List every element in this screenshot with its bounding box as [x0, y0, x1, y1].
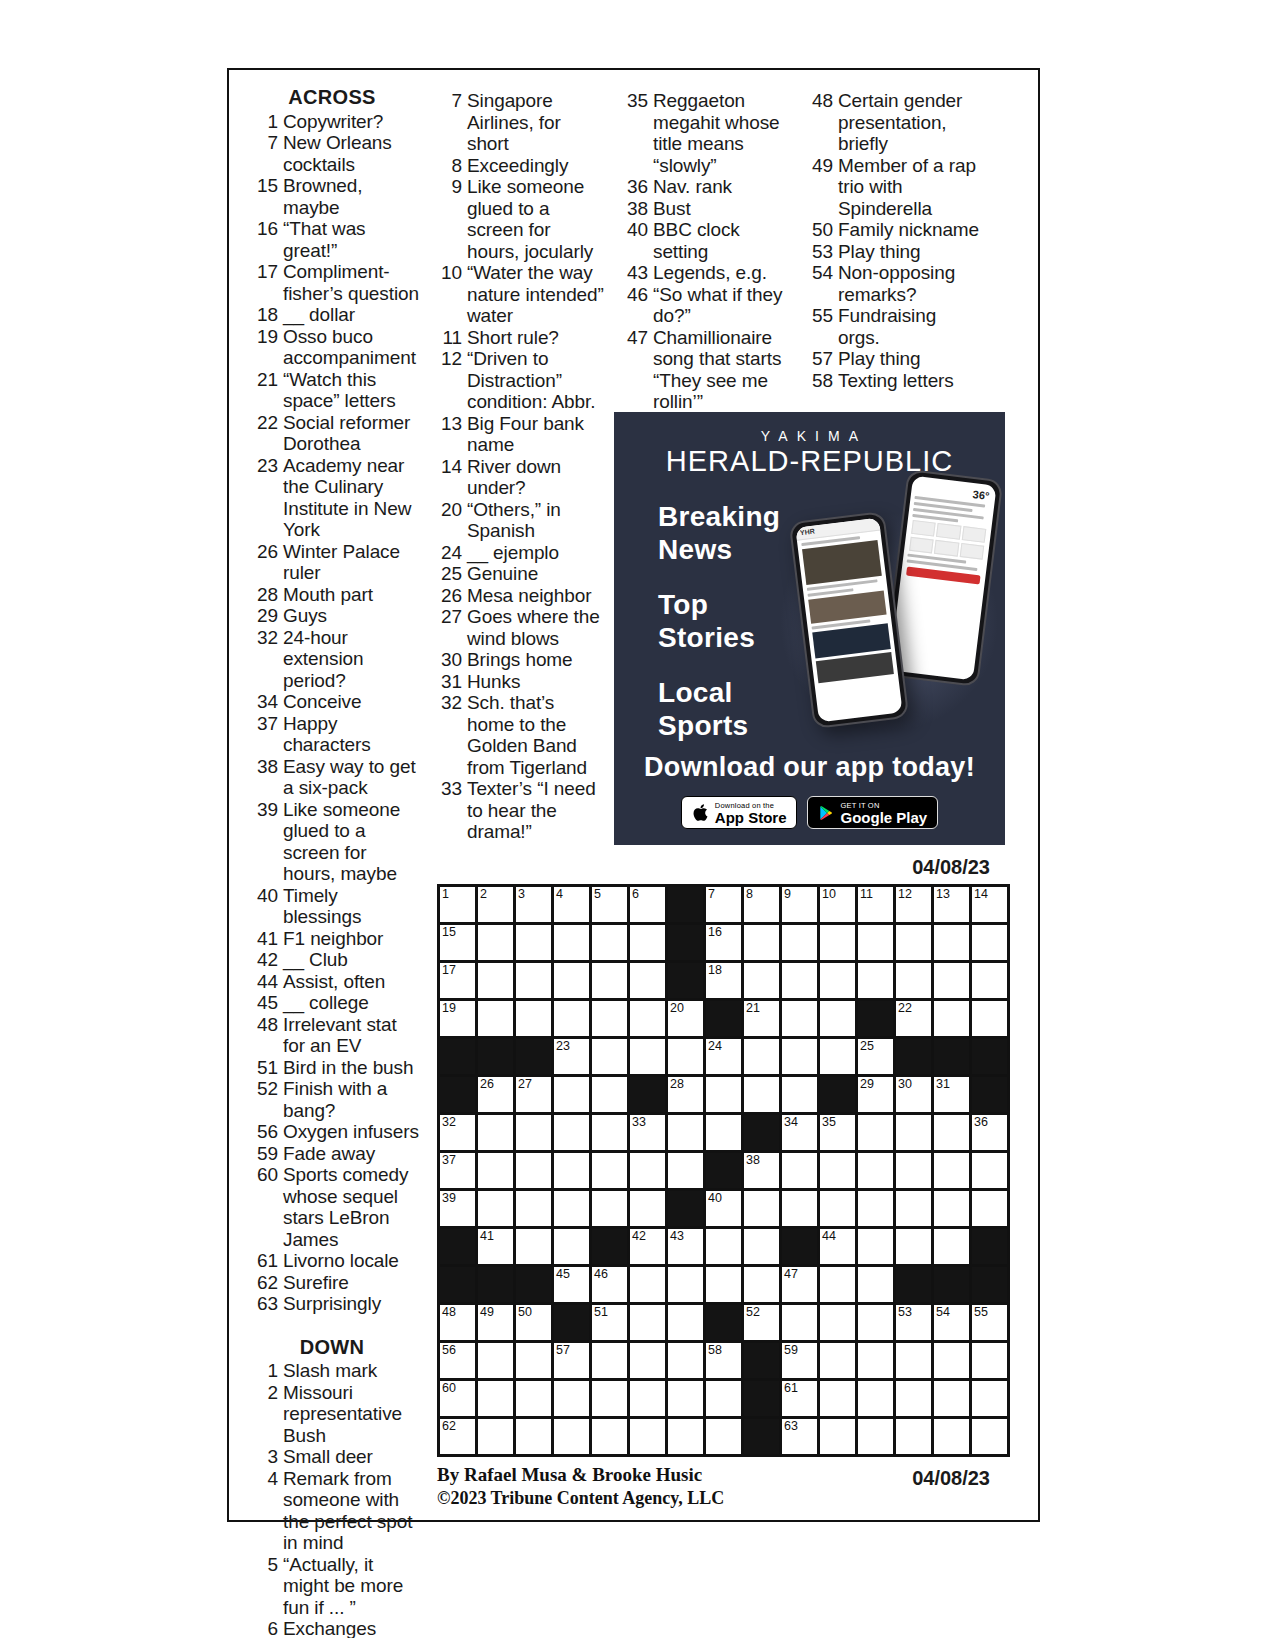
- store-badges: Download on the App Store GET IT ON Goog…: [614, 796, 1005, 829]
- grid-cell-r5-c8[interactable]: 24: [706, 1039, 741, 1074]
- grid-cell-r11-c10[interactable]: 47: [782, 1267, 817, 1302]
- clue-across-16: 16“That was great!”: [245, 218, 419, 261]
- cell-number: 19: [442, 1001, 456, 1015]
- grid-cell-r2-c12[interactable]: [858, 925, 893, 960]
- grid-cell-r8-c7[interactable]: [668, 1153, 703, 1188]
- clue-text: Genuine: [467, 563, 605, 585]
- grid-cell-r6-c7[interactable]: 28: [668, 1077, 703, 1112]
- grid-cell-r9-c15[interactable]: [972, 1191, 1007, 1226]
- cell-number: 49: [480, 1305, 494, 1319]
- clue-number: 56: [245, 1121, 283, 1143]
- grid-cell-r14-c15[interactable]: [972, 1381, 1007, 1416]
- grid-cell-r11-c4[interactable]: 45: [554, 1267, 589, 1302]
- grid-cell-r4-c5[interactable]: [592, 1001, 627, 1036]
- clue-text: __ dollar: [283, 304, 419, 326]
- grid-cell-r7-c2[interactable]: [478, 1115, 513, 1150]
- grid-cell-r14-c6[interactable]: [630, 1381, 665, 1416]
- grid-cell-r15-c15[interactable]: [972, 1419, 1007, 1454]
- grid-cell-r10-c7[interactable]: 43: [668, 1229, 703, 1264]
- clue-text: Easy way to get a six-pack: [283, 756, 419, 799]
- clue-number: 40: [245, 885, 283, 928]
- grid-cell-r8-c9[interactable]: 38: [744, 1153, 779, 1188]
- grid-cell-r2-c11[interactable]: [820, 925, 855, 960]
- grid-cell-r11-c7[interactable]: [668, 1267, 703, 1302]
- grid-cell-r10-c14[interactable]: [934, 1229, 969, 1264]
- clue-text: Remark from someone with the perfect spo…: [283, 1468, 419, 1554]
- clue-text: Goes where the wind blows: [467, 606, 605, 649]
- grid-cell-r14-c4[interactable]: [554, 1381, 589, 1416]
- grid-cell-r5-c3: [516, 1039, 551, 1074]
- clue-down-33: 33Texter’s “I need to hear the drama!”: [429, 778, 605, 843]
- cell-number: 24: [708, 1039, 722, 1053]
- grid-cell-r4-c13[interactable]: 22: [896, 1001, 931, 1036]
- clue-number: 24: [429, 542, 467, 564]
- clue-text: Certain gender presentation, briefly: [838, 90, 981, 155]
- grid-cell-r12-c6[interactable]: [630, 1305, 665, 1340]
- clue-across-45: 45__ college: [245, 992, 419, 1014]
- grid-cell-r12-c2[interactable]: 49: [478, 1305, 513, 1340]
- clue-number: 3: [245, 1446, 283, 1468]
- grid-cell-r7-c6[interactable]: 33: [630, 1115, 665, 1150]
- grid-cell-r9-c10[interactable]: [782, 1191, 817, 1226]
- grid-cell-r4-c6[interactable]: [630, 1001, 665, 1036]
- grid-cell-r7-c11[interactable]: 35: [820, 1115, 855, 1150]
- grid-cell-r13-c11[interactable]: [820, 1343, 855, 1378]
- cell-number: 56: [442, 1343, 456, 1357]
- clue-text: Member of a rap trio with Spinderella: [838, 155, 981, 220]
- grid-cell-r1-c2[interactable]: 2: [478, 887, 513, 922]
- clue-down-38: 38Bust: [615, 198, 791, 220]
- grid-cell-r5-c9[interactable]: [744, 1039, 779, 1074]
- grid-cell-r5-c12[interactable]: 25: [858, 1039, 893, 1074]
- grid-cell-r15-c1[interactable]: 62: [440, 1419, 475, 1454]
- grid-cell-r9-c14[interactable]: [934, 1191, 969, 1226]
- grid-cell-r7-c8[interactable]: [706, 1115, 741, 1150]
- clue-down-55: 55Fundraising orgs.: [800, 305, 981, 348]
- grid-cell-r10-c13[interactable]: [896, 1229, 931, 1264]
- grid-cell-r13-c5[interactable]: [592, 1343, 627, 1378]
- grid-cell-r6-c4[interactable]: [554, 1077, 589, 1112]
- grid-cell-r5-c11[interactable]: [820, 1039, 855, 1074]
- grid-cell-r10-c8[interactable]: [706, 1229, 741, 1264]
- grid-cell-r15-c8[interactable]: [706, 1419, 741, 1454]
- grid-cell-r1-c9[interactable]: 8: [744, 887, 779, 922]
- grid-cell-r7-c13[interactable]: [896, 1115, 931, 1150]
- grid-cell-r2-c15[interactable]: [972, 925, 1007, 960]
- grid-cell-r11-c8[interactable]: [706, 1267, 741, 1302]
- clue-text: __ ejemplo: [467, 542, 605, 564]
- clue-down-12: 12“Driven to Distraction” condition: Abb…: [429, 348, 605, 413]
- cell-number: 10: [822, 887, 836, 901]
- grid-cell-r5-c10[interactable]: [782, 1039, 817, 1074]
- grid-cell-r12-c10[interactable]: [782, 1305, 817, 1340]
- grid-cell-r9-c4[interactable]: [554, 1191, 589, 1226]
- grid-cell-r8-c4[interactable]: [554, 1153, 589, 1188]
- clue-down-13: 13Big Four bank name: [429, 413, 605, 456]
- clue-down-31: 31Hunks: [429, 671, 605, 693]
- clue-number: 48: [245, 1014, 283, 1057]
- grid-cell-r3-c10[interactable]: [782, 963, 817, 998]
- clue-down-35: 35Reggaeton megahit whose title means “s…: [615, 90, 791, 176]
- grid-cell-r3-c3[interactable]: [516, 963, 551, 998]
- grid-cell-r9-c5[interactable]: [592, 1191, 627, 1226]
- clue-down-5: 5“Actually, it might be more fun if ... …: [245, 1554, 419, 1619]
- app-store-badge[interactable]: Download on the App Store: [681, 796, 798, 829]
- grid-cell-r2-c5[interactable]: [592, 925, 627, 960]
- grid-cell-r8-c12[interactable]: [858, 1153, 893, 1188]
- cell-number: 50: [518, 1305, 532, 1319]
- grid-cell-r8-c3[interactable]: [516, 1153, 551, 1188]
- clue-text: Finish with a bang?: [283, 1078, 419, 1121]
- clue-number: 1: [245, 111, 283, 133]
- news-photo: [808, 591, 886, 624]
- grid-cell-r4-c4[interactable]: [554, 1001, 589, 1036]
- grid-cell-r10-c6[interactable]: 42: [630, 1229, 665, 1264]
- grid-cell-r4-c12: [858, 1001, 893, 1036]
- clue-number: 20: [429, 499, 467, 542]
- newspaper-crossword-page: { "game": "crossword", "dates": { "top":…: [0, 0, 1265, 1638]
- grid-cell-r1-c3[interactable]: 3: [516, 887, 551, 922]
- grid-cell-r5-c6[interactable]: [630, 1039, 665, 1074]
- clue-number: 2: [245, 1382, 283, 1447]
- grid-cell-r5-c4[interactable]: 23: [554, 1039, 589, 1074]
- grid-cell-r7-c10[interactable]: 34: [782, 1115, 817, 1150]
- grid-cell-r7-c1[interactable]: 32: [440, 1115, 475, 1150]
- grid-cell-r7-c15[interactable]: 36: [972, 1115, 1007, 1150]
- grid-cell-r1-c14[interactable]: 13: [934, 887, 969, 922]
- grid-cell-r5-c14: [934, 1039, 969, 1074]
- grid-cell-r1-c5[interactable]: 5: [592, 887, 627, 922]
- grid-cell-r14-c1[interactable]: 60: [440, 1381, 475, 1416]
- cell-number: 60: [442, 1381, 456, 1395]
- grid-cell-r7-c12[interactable]: [858, 1115, 893, 1150]
- grid-cell-r13-c10[interactable]: 59: [782, 1343, 817, 1378]
- grid-cell-r11-c6[interactable]: [630, 1267, 665, 1302]
- grid-cell-r3-c1[interactable]: 17: [440, 963, 475, 998]
- grid-cell-r7-c3[interactable]: [516, 1115, 551, 1150]
- grid-cell-r4-c10[interactable]: [782, 1001, 817, 1036]
- clue-number: 17: [245, 261, 283, 304]
- grid-cell-r11-c5[interactable]: 46: [592, 1267, 627, 1302]
- grid-cell-r6-c10[interactable]: [782, 1077, 817, 1112]
- grid-cell-r12-c12[interactable]: [858, 1305, 893, 1340]
- clue-text: Singapore Airlines, for short: [467, 90, 605, 155]
- cell-number: 57: [556, 1343, 570, 1357]
- grid-cell-r10-c4[interactable]: [554, 1229, 589, 1264]
- grid-cell-r10-c2[interactable]: 41: [478, 1229, 513, 1264]
- grid-cell-r15-c7[interactable]: [668, 1419, 703, 1454]
- grid-cell-r15-c14[interactable]: [934, 1419, 969, 1454]
- grid-cell-r14-c12[interactable]: [858, 1381, 893, 1416]
- grid-cell-r12-c13[interactable]: 53: [896, 1305, 931, 1340]
- grid-cell-r8-c1[interactable]: 37: [440, 1153, 475, 1188]
- grid-cell-r4-c15[interactable]: [972, 1001, 1007, 1036]
- clue-text: Osso buco accompaniment: [283, 326, 419, 369]
- grid-cell-r14-c7[interactable]: [668, 1381, 703, 1416]
- grid-cell-r4-c1[interactable]: 19: [440, 1001, 475, 1036]
- grid-cell-r3-c15[interactable]: [972, 963, 1007, 998]
- grid-cell-r4-c14[interactable]: [934, 1001, 969, 1036]
- grid-cell-r1-c15[interactable]: 14: [972, 887, 1007, 922]
- cell-number: 40: [708, 1191, 722, 1205]
- grid-cell-r3-c8[interactable]: 18: [706, 963, 741, 998]
- clue-text: Missouri representative Bush: [283, 1382, 419, 1447]
- grid-cell-r9-c2[interactable]: [478, 1191, 513, 1226]
- clue-number: 7: [245, 132, 283, 175]
- grid-cell-r3-c14[interactable]: [934, 963, 969, 998]
- grid-cell-r4-c11[interactable]: [820, 1001, 855, 1036]
- grid-cell-r14-c2[interactable]: [478, 1381, 513, 1416]
- grid-cell-r15-c6[interactable]: [630, 1419, 665, 1454]
- grid-cell-r2-c6[interactable]: [630, 925, 665, 960]
- clue-number: 61: [245, 1250, 283, 1272]
- badge-text: Download on the App Store: [715, 801, 787, 825]
- grid-cell-r9-c7: [668, 1191, 703, 1226]
- grid-cell-r3-c6[interactable]: [630, 963, 665, 998]
- clue-column-3: 35Reggaeton megahit whose title means “s…: [615, 90, 791, 413]
- grid-cell-r9-c13[interactable]: [896, 1191, 931, 1226]
- grid-cell-r15-c11[interactable]: [820, 1419, 855, 1454]
- grid-cell-r8-c15[interactable]: [972, 1153, 1007, 1188]
- grid-cell-r6-c14[interactable]: 31: [934, 1077, 969, 1112]
- grid-cell-r6-c5[interactable]: [592, 1077, 627, 1112]
- cell-number: 35: [822, 1115, 836, 1129]
- grid-cell-r6-c3[interactable]: 27: [516, 1077, 551, 1112]
- grid-cell-r7-c14[interactable]: [934, 1115, 969, 1150]
- grid-cell-r1-c8[interactable]: 7: [706, 887, 741, 922]
- clue-number: 19: [245, 326, 283, 369]
- grid-cell-r12-c14[interactable]: 54: [934, 1305, 969, 1340]
- grid-cell-r13-c7[interactable]: [668, 1343, 703, 1378]
- grid-cell-r14-c13[interactable]: [896, 1381, 931, 1416]
- clue-text: Guys: [283, 605, 419, 627]
- grid-cell-r13-c15[interactable]: [972, 1343, 1007, 1378]
- cell-number: 14: [974, 887, 988, 901]
- grid-cell-r1-c4[interactable]: 4: [554, 887, 589, 922]
- grid-cell-r15-c5[interactable]: [592, 1419, 627, 1454]
- grid-cell-r1-c12[interactable]: 11: [858, 887, 893, 922]
- clue-number: 26: [245, 541, 283, 584]
- grid-cell-r2-c1[interactable]: 15: [440, 925, 475, 960]
- grid-cell-r1-c6[interactable]: 6: [630, 887, 665, 922]
- clue-across-38: 38Easy way to get a six-pack: [245, 756, 419, 799]
- grid-cell-r9-c3[interactable]: [516, 1191, 551, 1226]
- grid-cell-r5-c7[interactable]: [668, 1039, 703, 1074]
- clue-across-48: 48Irrelevant stat for an EV: [245, 1014, 419, 1057]
- grid-cell-r11-c14: [934, 1267, 969, 1302]
- grid-cell-r2-c10[interactable]: [782, 925, 817, 960]
- grid-cell-r3-c9[interactable]: [744, 963, 779, 998]
- grid-cell-r7-c5[interactable]: [592, 1115, 627, 1150]
- grid-cell-r6-c12[interactable]: 29: [858, 1077, 893, 1112]
- grid-cell-r10-c12[interactable]: [858, 1229, 893, 1264]
- grid-cell-r4-c2[interactable]: [478, 1001, 513, 1036]
- grid-cell-r9-c9[interactable]: [744, 1191, 779, 1226]
- grid-cell-r15-c12[interactable]: [858, 1419, 893, 1454]
- grid-cell-r13-c4[interactable]: 57: [554, 1343, 589, 1378]
- clue-number: 52: [245, 1078, 283, 1121]
- clue-down-48: 48Certain gender presentation, briefly: [800, 90, 981, 155]
- grid-cell-r2-c2[interactable]: [478, 925, 513, 960]
- clue-number: 21: [245, 369, 283, 412]
- clue-text: F1 neighbor: [283, 928, 419, 950]
- grid-cell-r12-c7[interactable]: [668, 1305, 703, 1340]
- clue-text: __ college: [283, 992, 419, 1014]
- grid-cell-r14-c3[interactable]: [516, 1381, 551, 1416]
- grid-cell-r1-c11[interactable]: 10: [820, 887, 855, 922]
- cell-number: 11: [860, 887, 873, 901]
- grid-cell-r2-c14[interactable]: [934, 925, 969, 960]
- grid-cell-r12-c9[interactable]: 52: [744, 1305, 779, 1340]
- grid-cell-r8-c2[interactable]: [478, 1153, 513, 1188]
- grid-cell-r3-c4[interactable]: [554, 963, 589, 998]
- grid-cell-r15-c2[interactable]: [478, 1419, 513, 1454]
- grid-cell-r12-c1[interactable]: 48: [440, 1305, 475, 1340]
- phone-screen: YHR: [795, 518, 902, 723]
- grid-cell-r3-c11[interactable]: [820, 963, 855, 998]
- clue-number: 57: [800, 348, 838, 370]
- cell-number: 27: [518, 1077, 532, 1091]
- clue-text: Fundraising orgs.: [838, 305, 981, 348]
- grid-cell-r14-c10[interactable]: 61: [782, 1381, 817, 1416]
- grid-cell-r9-c12[interactable]: [858, 1191, 893, 1226]
- clue-number: 32: [429, 692, 467, 778]
- grid-cell-r6-c9[interactable]: [744, 1077, 779, 1112]
- grid-cell-r3-c5[interactable]: [592, 963, 627, 998]
- grid-cell-r2-c4[interactable]: [554, 925, 589, 960]
- grid-cell-r11-c9[interactable]: [744, 1267, 779, 1302]
- grid-cell-r15-c4[interactable]: [554, 1419, 589, 1454]
- grid-cell-r13-c6[interactable]: [630, 1343, 665, 1378]
- clue-across-37: 37Happy characters: [245, 713, 419, 756]
- clue-down-24: 24__ ejemplo: [429, 542, 605, 564]
- grid-cell-r10-c9[interactable]: [744, 1229, 779, 1264]
- grid-cell-r8-c6[interactable]: [630, 1153, 665, 1188]
- clue-down-54: 54Non-opposing remarks?: [800, 262, 981, 305]
- grid-cell-r6-c13[interactable]: 30: [896, 1077, 931, 1112]
- clue-text: Surprisingly: [283, 1293, 419, 1315]
- clue-text: Social reformer Dorothea: [283, 412, 419, 455]
- grid-cell-r2-c9[interactable]: [744, 925, 779, 960]
- grid-cell-r9-c11[interactable]: [820, 1191, 855, 1226]
- grid-cell-r11-c12[interactable]: [858, 1267, 893, 1302]
- grid-cell-r2-c13[interactable]: [896, 925, 931, 960]
- clue-text: Texter’s “I need to hear the drama!”: [467, 778, 605, 843]
- grid-cell-r6-c1: [440, 1077, 475, 1112]
- grid-cell-r8-c10[interactable]: [782, 1153, 817, 1188]
- grid-cell-r8-c14[interactable]: [934, 1153, 969, 1188]
- grid-cell-r2-c8[interactable]: 16: [706, 925, 741, 960]
- grid-cell-r10-c3[interactable]: [516, 1229, 551, 1264]
- grid-cell-r2-c3[interactable]: [516, 925, 551, 960]
- grid-cell-r4-c8: [706, 1001, 741, 1036]
- grid-cell-r15-c10[interactable]: 63: [782, 1419, 817, 1454]
- grid-cell-r13-c8[interactable]: 58: [706, 1343, 741, 1378]
- grid-cell-r5-c5[interactable]: [592, 1039, 627, 1074]
- grid-cell-r5-c15: [972, 1039, 1007, 1074]
- badge-big-text: Google Play: [840, 810, 927, 825]
- clue-text: Livorno locale: [283, 1250, 419, 1272]
- ad-feature: Breaking News: [658, 500, 790, 566]
- grid-cell-r14-c8[interactable]: [706, 1381, 741, 1416]
- grid-cell-r1-c1[interactable]: 1: [440, 887, 475, 922]
- grid-cell-r14-c14[interactable]: [934, 1381, 969, 1416]
- grid-cell-r13-c2[interactable]: [478, 1343, 513, 1378]
- grid-cell-r7-c7[interactable]: [668, 1115, 703, 1150]
- grid-cell-r13-c14[interactable]: [934, 1343, 969, 1378]
- grid-cell-r1-c10[interactable]: 9: [782, 887, 817, 922]
- grid-cell-r6-c2[interactable]: 26: [478, 1077, 513, 1112]
- clue-number: 4: [245, 1468, 283, 1554]
- across-header: ACROSS: [245, 87, 419, 109]
- google-play-badge[interactable]: GET IT ON Google Play: [807, 796, 938, 829]
- grid-cell-r15-c13[interactable]: [896, 1419, 931, 1454]
- grid-cell-r13-c3[interactable]: [516, 1343, 551, 1378]
- down-header: DOWN: [245, 1337, 419, 1359]
- grid-cell-r12-c11[interactable]: [820, 1305, 855, 1340]
- clue-text: “Actually, it might be more fun if ... ”: [283, 1554, 419, 1619]
- grid-cell-r3-c12[interactable]: [858, 963, 893, 998]
- grid-cell-r10-c11[interactable]: 44: [820, 1229, 855, 1264]
- cell-number: 21: [746, 1001, 760, 1015]
- clue-number: 38: [615, 198, 653, 220]
- grid-cell-r4-c7[interactable]: 20: [668, 1001, 703, 1036]
- grid-cell-r13-c12[interactable]: [858, 1343, 893, 1378]
- clue-across-1: 1Copywriter?: [245, 111, 419, 133]
- grid-cell-r9-c8[interactable]: 40: [706, 1191, 741, 1226]
- grid-cell-r13-c1[interactable]: 56: [440, 1343, 475, 1378]
- grid-cell-r14-c5[interactable]: [592, 1381, 627, 1416]
- grid-cell-r12-c15[interactable]: 55: [972, 1305, 1007, 1340]
- clue-number: 28: [245, 584, 283, 606]
- grid-cell-r1-c13[interactable]: 12: [896, 887, 931, 922]
- clue-text: Play thing: [838, 348, 981, 370]
- grid-cell-r9-c1[interactable]: 39: [440, 1191, 475, 1226]
- grid-cell-r6-c8[interactable]: [706, 1077, 741, 1112]
- clue-number: 23: [245, 455, 283, 541]
- grid-cell-r7-c4[interactable]: [554, 1115, 589, 1150]
- app-header: YHR: [795, 518, 880, 541]
- grid-cell-r3-c2[interactable]: [478, 963, 513, 998]
- grid-cell-r9-c6[interactable]: [630, 1191, 665, 1226]
- clue-text: Exceedingly: [467, 155, 605, 177]
- grid-cell-r15-c3[interactable]: [516, 1419, 551, 1454]
- grid-cell-r12-c5[interactable]: 51: [592, 1305, 627, 1340]
- grid-cell-r3-c7: [668, 963, 703, 998]
- grid-cell-r14-c11[interactable]: [820, 1381, 855, 1416]
- grid-cell-r8-c5[interactable]: [592, 1153, 627, 1188]
- grid-cell-r11-c11[interactable]: [820, 1267, 855, 1302]
- grid-cell-r3-c13[interactable]: [896, 963, 931, 998]
- grid-cell-r8-c11[interactable]: [820, 1153, 855, 1188]
- badge-big-text: App Store: [715, 810, 787, 825]
- grid-cell-r4-c3[interactable]: [516, 1001, 551, 1036]
- clue-text: Sch. that’s home to the Golden Band from…: [467, 692, 605, 778]
- grid-cell-r13-c13[interactable]: [896, 1343, 931, 1378]
- grid-cell-r10-c1: [440, 1229, 475, 1264]
- clue-down-25: 25Genuine: [429, 563, 605, 585]
- clue-text: Sports comedy whose sequel stars LeBron …: [283, 1164, 419, 1250]
- ad-cta: Download our app today!: [614, 752, 1005, 783]
- clue-down-50: 50Family nickname: [800, 219, 981, 241]
- grid-cell-r4-c9[interactable]: 21: [744, 1001, 779, 1036]
- clue-text: “That was great!”: [283, 218, 419, 261]
- grid-cell-r12-c3[interactable]: 50: [516, 1305, 551, 1340]
- clue-across-23: 23Academy near the Culinary Institute in…: [245, 455, 419, 541]
- grid-cell-r8-c13[interactable]: [896, 1153, 931, 1188]
- grid-cell-r10-c5: [592, 1229, 627, 1264]
- cell-number: 47: [784, 1267, 798, 1281]
